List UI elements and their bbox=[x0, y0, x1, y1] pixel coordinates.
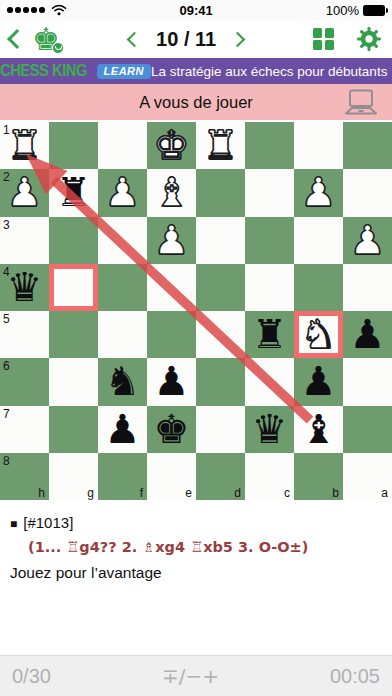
white-pawn-a3[interactable]: ♟ bbox=[343, 217, 392, 264]
square-h3[interactable]: 3 bbox=[0, 217, 49, 264]
white-pawn-f2[interactable]: ♟ bbox=[98, 169, 147, 216]
rank-label: 1 bbox=[3, 123, 10, 137]
square-e5[interactable] bbox=[147, 311, 196, 358]
rank-label: 7 bbox=[3, 407, 10, 421]
rank-label: 8 bbox=[3, 454, 10, 468]
square-c7[interactable]: ♛ bbox=[245, 406, 294, 453]
square-b7[interactable]: ♝ bbox=[294, 406, 343, 453]
square-d4[interactable] bbox=[196, 264, 245, 311]
next-puzzle-button[interactable] bbox=[230, 31, 246, 47]
back-button[interactable] bbox=[7, 29, 27, 49]
square-g3[interactable] bbox=[49, 217, 98, 264]
bottom-toolbar: 0/30 ∓/−+ 00:05 bbox=[0, 655, 392, 696]
status-bar: 09:41 100% bbox=[0, 0, 392, 20]
rank-label: 5 bbox=[3, 312, 10, 326]
square-h5[interactable]: 5 bbox=[0, 311, 49, 358]
square-f7[interactable]: ♟ bbox=[98, 406, 147, 453]
square-a4[interactable] bbox=[343, 264, 392, 311]
square-g4[interactable] bbox=[49, 264, 98, 311]
brand-name: CHESS KING bbox=[0, 62, 87, 80]
square-h4[interactable]: 4♛ bbox=[0, 264, 49, 311]
square-d8[interactable]: d bbox=[196, 453, 245, 500]
black-bishop-b7[interactable]: ♝ bbox=[294, 406, 343, 453]
black-rook-c5[interactable]: ♜ bbox=[245, 311, 294, 358]
file-label: f bbox=[140, 486, 143, 500]
square-a2[interactable] bbox=[343, 169, 392, 216]
square-b6[interactable]: ♟ bbox=[294, 358, 343, 405]
square-d1[interactable]: ♜ bbox=[196, 122, 245, 169]
chess-king-logo: ♚ bbox=[32, 24, 60, 55]
square-g1[interactable] bbox=[49, 122, 98, 169]
square-e4[interactable] bbox=[147, 264, 196, 311]
settings-gear-button[interactable] bbox=[356, 26, 382, 52]
file-label: b bbox=[332, 486, 339, 500]
square-g7[interactable] bbox=[49, 406, 98, 453]
square-e2[interactable]: ♝ bbox=[147, 169, 196, 216]
square-c1[interactable] bbox=[245, 122, 294, 169]
black-pawn-b6[interactable]: ♟ bbox=[294, 358, 343, 405]
file-label: a bbox=[381, 486, 388, 500]
white-rook-d1[interactable]: ♜ bbox=[196, 122, 245, 169]
black-to-move-icon: ■ bbox=[10, 517, 17, 531]
square-c3[interactable] bbox=[245, 217, 294, 264]
square-c2[interactable] bbox=[245, 169, 294, 216]
nav-bar: ♚ 10 / 11 bbox=[0, 20, 392, 58]
rank-label: 6 bbox=[3, 359, 10, 373]
score-counter: 0/30 bbox=[12, 665, 51, 688]
square-g5[interactable] bbox=[49, 311, 98, 358]
square-e1[interactable]: ♚ bbox=[147, 122, 196, 169]
square-d2[interactable] bbox=[196, 169, 245, 216]
square-a5[interactable]: ♟ bbox=[343, 311, 392, 358]
square-b1[interactable] bbox=[294, 122, 343, 169]
evaluation-button[interactable]: ∓/−+ bbox=[162, 664, 219, 688]
square-g2[interactable]: ♜ bbox=[49, 169, 98, 216]
square-a6[interactable] bbox=[343, 358, 392, 405]
black-king-e7[interactable]: ♚ bbox=[147, 406, 196, 453]
square-b8[interactable]: b bbox=[294, 453, 343, 500]
black-rook-g2[interactable]: ♜ bbox=[49, 169, 98, 216]
square-f2[interactable]: ♟ bbox=[98, 169, 147, 216]
square-f5[interactable] bbox=[98, 311, 147, 358]
puzzle-id: [#1013] bbox=[23, 514, 73, 531]
black-queen-c7[interactable]: ♛ bbox=[245, 406, 294, 453]
file-label: d bbox=[234, 486, 241, 500]
square-f3[interactable] bbox=[98, 217, 147, 264]
puzzle-list-button[interactable] bbox=[313, 28, 335, 50]
square-b5[interactable]: ♞ bbox=[294, 311, 343, 358]
battery-icon bbox=[363, 5, 385, 16]
white-pawn-e3[interactable]: ♟ bbox=[147, 217, 196, 264]
square-a8[interactable]: a bbox=[343, 453, 392, 500]
square-b4[interactable] bbox=[294, 264, 343, 311]
square-c8[interactable]: c bbox=[245, 453, 294, 500]
square-d7[interactable] bbox=[196, 406, 245, 453]
rank-label: 3 bbox=[3, 218, 10, 232]
white-king-e1[interactable]: ♚ bbox=[147, 122, 196, 169]
square-a1[interactable] bbox=[343, 122, 392, 169]
square-f4[interactable] bbox=[98, 264, 147, 311]
square-c6[interactable] bbox=[245, 358, 294, 405]
rank-label: 2 bbox=[3, 170, 10, 184]
white-pawn-b2[interactable]: ♟ bbox=[294, 169, 343, 216]
file-label: e bbox=[185, 486, 192, 500]
computer-analysis-icon[interactable] bbox=[342, 89, 380, 116]
file-label: h bbox=[38, 486, 45, 500]
square-e7[interactable]: ♚ bbox=[147, 406, 196, 453]
black-knight-f6[interactable]: ♞ bbox=[98, 358, 147, 405]
square-e6[interactable]: ♟ bbox=[147, 358, 196, 405]
clock: 09:41 bbox=[67, 3, 326, 18]
wifi-icon bbox=[51, 4, 67, 16]
square-g6[interactable] bbox=[49, 358, 98, 405]
square-b3[interactable] bbox=[294, 217, 343, 264]
file-label: c bbox=[284, 486, 290, 500]
battery-percent: 100% bbox=[326, 3, 359, 18]
rank-label: 4 bbox=[3, 265, 10, 279]
variation-line: (1... ♖g4?? 2. ♗xg4 ♖xb5 3. O-O±) bbox=[28, 539, 382, 555]
annotation-panel: ■[#1013] (1... ♖g4?? 2. ♗xg4 ♖xb5 3. O-O… bbox=[0, 500, 392, 655]
white-knight-b5[interactable]: ♞ bbox=[294, 311, 343, 358]
turn-message: A vous de jouer bbox=[139, 93, 253, 112]
square-e3[interactable]: ♟ bbox=[147, 217, 196, 264]
promo-banner[interactable]: CHESS KING LEARN La stratégie aux échecs… bbox=[0, 58, 392, 84]
square-c5[interactable]: ♜ bbox=[245, 311, 294, 358]
file-label: g bbox=[87, 486, 94, 500]
square-f1[interactable] bbox=[98, 122, 147, 169]
task-instruction: Jouez pour l’avantage bbox=[10, 564, 382, 582]
white-bishop-e2[interactable]: ♝ bbox=[147, 169, 196, 216]
black-pawn-a5[interactable]: ♟ bbox=[343, 311, 392, 358]
square-d6[interactable] bbox=[196, 358, 245, 405]
square-d3[interactable] bbox=[196, 217, 245, 264]
square-e8[interactable]: e bbox=[147, 453, 196, 500]
turn-indicator-bar: A vous de jouer bbox=[0, 84, 392, 120]
square-h2[interactable]: 2♟ bbox=[0, 169, 49, 216]
square-c4[interactable] bbox=[245, 264, 294, 311]
square-h8[interactable]: 8h bbox=[0, 453, 49, 500]
square-b2[interactable]: ♟ bbox=[294, 169, 343, 216]
square-h1[interactable]: 1♜ bbox=[0, 122, 49, 169]
previous-puzzle-button[interactable] bbox=[127, 31, 143, 47]
black-pawn-e6[interactable]: ♟ bbox=[147, 358, 196, 405]
learn-badge: LEARN bbox=[97, 64, 151, 79]
puzzle-position-indicator: 10 / 11 bbox=[156, 28, 216, 51]
square-f8[interactable]: f bbox=[98, 453, 147, 500]
timer: 00:05 bbox=[330, 665, 380, 688]
square-a3[interactable]: ♟ bbox=[343, 217, 392, 264]
square-h7[interactable]: 7 bbox=[0, 406, 49, 453]
black-pawn-f7[interactable]: ♟ bbox=[98, 406, 147, 453]
course-tagline: La stratégie aux échecs pour débutants bbox=[151, 64, 392, 79]
square-d5[interactable] bbox=[196, 311, 245, 358]
chess-board: 1♜♚♜2♟♜♟♝♟3♟♟4♛5♜♞♟6♞♟♟7♟♚♛♝8hgfedcba bbox=[0, 122, 392, 500]
square-h6[interactable]: 6 bbox=[0, 358, 49, 405]
square-a7[interactable] bbox=[343, 406, 392, 453]
square-f6[interactable]: ♞ bbox=[98, 358, 147, 405]
signal-strength-icon bbox=[7, 7, 45, 13]
smiley-badge-icon bbox=[52, 42, 64, 54]
square-g8[interactable]: g bbox=[49, 453, 98, 500]
